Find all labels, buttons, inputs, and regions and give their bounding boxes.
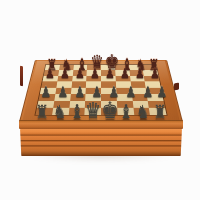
piece-white-bishop-c1[interactable]: ♝ bbox=[70, 102, 84, 122]
piece-white-pawn-h2[interactable]: ♟ bbox=[157, 84, 168, 99]
piece-white-rook-h1[interactable]: ♜ bbox=[153, 104, 166, 122]
piece-white-king-e1[interactable]: ♚ bbox=[101, 99, 118, 122]
piece-white-bishop-f1[interactable]: ♝ bbox=[119, 102, 133, 122]
piece-black-pawn-d7[interactable]: ♟ bbox=[90, 67, 100, 80]
piece-white-pawn-f2[interactable]: ♟ bbox=[126, 84, 137, 99]
piece-white-pawn-b2[interactable]: ♟ bbox=[58, 84, 69, 99]
piece-white-queen-d1[interactable]: ♛ bbox=[85, 100, 101, 122]
piece-black-pawn-h7[interactable]: ♟ bbox=[150, 67, 160, 80]
piece-white-pawn-c2[interactable]: ♟ bbox=[75, 84, 86, 99]
piece-black-pawn-a7[interactable]: ♟ bbox=[45, 67, 55, 80]
piece-white-knight-g1[interactable]: ♞ bbox=[136, 104, 149, 122]
piece-black-pawn-b7[interactable]: ♟ bbox=[60, 67, 70, 80]
piece-black-pawn-c7[interactable]: ♟ bbox=[75, 67, 85, 80]
piece-white-pawn-a2[interactable]: ♟ bbox=[41, 84, 52, 99]
piece-black-pawn-f7[interactable]: ♟ bbox=[120, 67, 130, 80]
chess-set-product-photo: ♜♞♝♛♚♝♞♜♟♟♟♟♟♟♟♟♟♟♟♟♟♟♟♟♜♞♝♛♚♝♞♜ bbox=[0, 0, 200, 200]
piece-white-knight-b1[interactable]: ♞ bbox=[53, 104, 66, 122]
piece-white-pawn-g2[interactable]: ♟ bbox=[143, 84, 154, 99]
piece-white-rook-a1[interactable]: ♜ bbox=[35, 104, 48, 122]
piece-black-pawn-e7[interactable]: ♟ bbox=[105, 67, 115, 80]
pieces-layer: ♜♞♝♛♚♝♞♜♟♟♟♟♟♟♟♟♟♟♟♟♟♟♟♟♜♞♝♛♚♝♞♜ bbox=[0, 0, 200, 200]
piece-black-pawn-g7[interactable]: ♟ bbox=[135, 67, 145, 80]
